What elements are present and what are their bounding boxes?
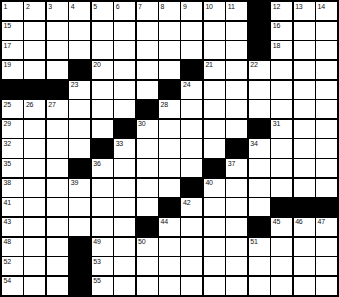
- block-cell-r4c0: [2, 81, 23, 99]
- grid-cell-r14c10[interactable]: [226, 277, 247, 295]
- clue-number: 20: [93, 61, 100, 69]
- clue-number: 55: [93, 277, 100, 285]
- grid-cell-r3c5[interactable]: [114, 61, 135, 79]
- grid-cell-r14c7[interactable]: [159, 277, 180, 295]
- grid-cell-r1c5[interactable]: [114, 22, 135, 40]
- grid-cell-r13c4[interactable]: 53: [92, 257, 113, 275]
- grid-cell-r5c2[interactable]: 27: [47, 100, 68, 118]
- grid-cell-r12c12[interactable]: [271, 238, 292, 256]
- grid-cell-r2c7[interactable]: [159, 41, 180, 59]
- grid-cell-r1c14[interactable]: [316, 22, 337, 40]
- grid-cell-r5c12[interactable]: [271, 100, 292, 118]
- grid-cell-r2c13[interactable]: [294, 41, 315, 59]
- grid-cell-r7c0[interactable]: 32: [2, 139, 23, 157]
- grid-cell-r10c0[interactable]: 41: [2, 198, 23, 216]
- grid-cell-r2c8[interactable]: [181, 41, 202, 59]
- grid-cell-r6c4[interactable]: [92, 120, 113, 138]
- block-cell-r8c3: [69, 159, 90, 177]
- grid-cell-r11c5[interactable]: [114, 218, 135, 236]
- grid-cell-r0c2[interactable]: 3: [47, 2, 68, 20]
- clue-number: 33: [116, 140, 123, 148]
- grid-cell-r11c8[interactable]: [181, 218, 202, 236]
- grid-cell-r6c9[interactable]: [204, 120, 225, 138]
- grid-cell-r4c9[interactable]: [204, 81, 225, 99]
- grid-cell-r1c2[interactable]: [47, 22, 68, 40]
- grid-cell-r10c6[interactable]: [137, 198, 158, 216]
- grid-cell-r12c7[interactable]: [159, 238, 180, 256]
- grid-cell-r3c0[interactable]: 19: [2, 61, 23, 79]
- grid-cell-r1c10[interactable]: [226, 22, 247, 40]
- clue-number: 48: [4, 238, 11, 246]
- grid-cell-r13c0[interactable]: 52: [2, 257, 23, 275]
- block-cell-r4c7: [159, 81, 180, 99]
- grid-cell-r0c6[interactable]: 7: [137, 2, 158, 20]
- block-cell-r13c3: [69, 257, 90, 275]
- block-cell-r10c13: [294, 198, 315, 216]
- grid-cell-r1c3[interactable]: [69, 22, 90, 40]
- grid-cell-r3c9[interactable]: 21: [204, 61, 225, 79]
- grid-cell-r10c4[interactable]: [92, 198, 113, 216]
- grid-cell-r4c5[interactable]: [114, 81, 135, 99]
- block-cell-r12c3: [69, 238, 90, 256]
- clue-number: 54: [4, 277, 11, 285]
- grid-cell-r11c1[interactable]: [24, 218, 45, 236]
- grid-cell-r12c14[interactable]: [316, 238, 337, 256]
- grid-cell-r9c3[interactable]: 39: [69, 179, 90, 197]
- block-cell-r10c7: [159, 198, 180, 216]
- grid-cell-r2c2[interactable]: [47, 41, 68, 59]
- grid-cell-r4c11[interactable]: [249, 81, 270, 99]
- grid-cell-r11c7[interactable]: 44: [159, 218, 180, 236]
- grid-cell-r8c14[interactable]: [316, 159, 337, 177]
- clue-number: 45: [273, 218, 280, 226]
- clue-number: 44: [161, 218, 168, 226]
- grid-cell-r4c3[interactable]: 23: [69, 81, 90, 99]
- grid-cell-r9c14[interactable]: [316, 179, 337, 197]
- grid-cell-r6c3[interactable]: [69, 120, 90, 138]
- grid-cell-r6c14[interactable]: [316, 120, 337, 138]
- grid-cell-r9c2[interactable]: [47, 179, 68, 197]
- grid-cell-r4c12[interactable]: [271, 81, 292, 99]
- grid-cell-r0c0[interactable]: 1: [2, 2, 23, 20]
- grid-cell-r7c12[interactable]: [271, 139, 292, 157]
- grid-cell-r0c5[interactable]: 6: [114, 2, 135, 20]
- clue-number: 14: [318, 3, 325, 11]
- clue-number: 9: [183, 3, 187, 11]
- grid-cell-r9c0[interactable]: 38: [2, 179, 23, 197]
- grid-cell-r10c2[interactable]: [47, 198, 68, 216]
- grid-cell-r3c13[interactable]: [294, 61, 315, 79]
- clue-number: 8: [161, 3, 165, 11]
- block-cell-r9c8: [181, 179, 202, 197]
- grid-cell-r9c5[interactable]: [114, 179, 135, 197]
- grid-cell-r5c9[interactable]: [204, 100, 225, 118]
- grid-cell-r2c6[interactable]: [137, 41, 158, 59]
- clue-number: 15: [4, 22, 11, 30]
- grid-cell-r1c8[interactable]: [181, 22, 202, 40]
- clue-number: 47: [318, 218, 325, 226]
- clue-number: 28: [161, 101, 168, 109]
- grid-cell-r1c9[interactable]: [204, 22, 225, 40]
- grid-cell-r8c12[interactable]: [271, 159, 292, 177]
- grid-cell-r1c7[interactable]: [159, 22, 180, 40]
- block-cell-r8c9: [204, 159, 225, 177]
- grid-cell-r9c9[interactable]: 40: [204, 179, 225, 197]
- grid-cell-r2c12[interactable]: 18: [271, 41, 292, 59]
- grid-cell-r8c8[interactable]: [181, 159, 202, 177]
- clue-number: 32: [4, 140, 11, 148]
- grid-cell-r1c4[interactable]: [92, 22, 113, 40]
- grid-cell-r9c1[interactable]: [24, 179, 45, 197]
- clue-number: 25: [4, 101, 11, 109]
- grid-cell-r4c8[interactable]: 24: [181, 81, 202, 99]
- clue-number: 12: [273, 3, 280, 11]
- grid-cell-r7c14[interactable]: [316, 139, 337, 157]
- clue-number: 2: [26, 3, 30, 11]
- clue-number: 41: [4, 199, 11, 207]
- grid-cell-r3c1[interactable]: [24, 61, 45, 79]
- grid-cell-r12c0[interactable]: 48: [2, 238, 23, 256]
- clue-number: 46: [295, 218, 302, 226]
- grid-cell-r12c8[interactable]: [181, 238, 202, 256]
- block-cell-r3c8: [181, 61, 202, 79]
- grid-cell-r7c11[interactable]: 34: [249, 139, 270, 157]
- clue-number: 13: [295, 3, 302, 11]
- grid-cell-r12c11[interactable]: 51: [249, 238, 270, 256]
- block-cell-r3c3: [69, 61, 90, 79]
- clue-number: 10: [205, 3, 212, 11]
- grid-cell-r10c5[interactable]: [114, 198, 135, 216]
- grid-cell-r13c1[interactable]: [24, 257, 45, 275]
- block-cell-r0c11: [249, 2, 270, 20]
- grid-cell-r13c12[interactable]: [271, 257, 292, 275]
- clue-number: 24: [183, 81, 190, 89]
- grid-cell-r5c5[interactable]: [114, 100, 135, 118]
- grid-cell-r10c1[interactable]: [24, 198, 45, 216]
- grid-cell-r1c0[interactable]: 15: [2, 22, 23, 40]
- grid-cell-r11c9[interactable]: [204, 218, 225, 236]
- grid-cell-r9c6[interactable]: [137, 179, 158, 197]
- grid-cell-r5c11[interactable]: [249, 100, 270, 118]
- grid-cell-r5c14[interactable]: [316, 100, 337, 118]
- grid-cell-r11c0[interactable]: 43: [2, 218, 23, 236]
- grid-cell-r2c5[interactable]: [114, 41, 135, 59]
- clue-number: 6: [116, 3, 120, 11]
- grid-cell-r0c14[interactable]: 14: [316, 2, 337, 20]
- grid-cell-r10c3[interactable]: [69, 198, 90, 216]
- block-cell-r11c6: [137, 218, 158, 236]
- grid-cell-r14c1[interactable]: [24, 277, 45, 295]
- block-cell-r14c3: [69, 277, 90, 295]
- grid-cell-r9c12[interactable]: [271, 179, 292, 197]
- grid-cell-r2c0[interactable]: 17: [2, 41, 23, 59]
- grid-cell-r3c6[interactable]: [137, 61, 158, 79]
- block-cell-r11c11: [249, 218, 270, 236]
- grid-cell-r5c7[interactable]: 28: [159, 100, 180, 118]
- grid-cell-r0c9[interactable]: 10: [204, 2, 225, 20]
- grid-cell-r7c2[interactable]: [47, 139, 68, 157]
- grid-cell-r11c12[interactable]: 45: [271, 218, 292, 236]
- grid-cell-r12c2[interactable]: [47, 238, 68, 256]
- clue-number: 35: [4, 160, 11, 168]
- grid-cell-r11c10[interactable]: [226, 218, 247, 236]
- grid-cell-r9c10[interactable]: [226, 179, 247, 197]
- clue-number: 37: [228, 160, 235, 168]
- clue-number: 21: [205, 61, 212, 69]
- clue-number: 29: [4, 120, 11, 128]
- grid-cell-r6c6[interactable]: 30: [137, 120, 158, 138]
- grid-cell-r11c3[interactable]: [69, 218, 90, 236]
- grid-cell-r3c12[interactable]: [271, 61, 292, 79]
- grid-cell-r2c10[interactable]: [226, 41, 247, 59]
- grid-cell-r0c13[interactable]: 13: [294, 2, 315, 20]
- grid-cell-r3c10[interactable]: [226, 61, 247, 79]
- grid-cell-r13c8[interactable]: [181, 257, 202, 275]
- clue-number: 7: [138, 3, 142, 11]
- block-cell-r2c11: [249, 41, 270, 59]
- grid-cell-r12c5[interactable]: [114, 238, 135, 256]
- grid-cell-r10c10[interactable]: [226, 198, 247, 216]
- clue-number: 53: [93, 258, 100, 266]
- grid-cell-r3c11[interactable]: 22: [249, 61, 270, 79]
- clue-number: 16: [273, 22, 280, 30]
- grid-cell-r4c10[interactable]: [226, 81, 247, 99]
- grid-cell-r14c6[interactable]: [137, 277, 158, 295]
- grid-cell-r12c13[interactable]: [294, 238, 315, 256]
- crossword-board: 1234567891011121314151617181920212223242…: [0, 0, 339, 297]
- grid-cell-r6c2[interactable]: [47, 120, 68, 138]
- clue-number: 11: [228, 3, 235, 11]
- grid-cell-r13c14[interactable]: [316, 257, 337, 275]
- block-cell-r1c11: [249, 22, 270, 40]
- grid-cell-r0c10[interactable]: 11: [226, 2, 247, 20]
- grid-cell-r4c6[interactable]: [137, 81, 158, 99]
- clue-number: 40: [205, 179, 212, 187]
- grid-cell-r1c13[interactable]: [294, 22, 315, 40]
- clue-number: 30: [138, 120, 145, 128]
- clue-number: 42: [183, 199, 190, 207]
- grid-cell-r13c6[interactable]: [137, 257, 158, 275]
- grid-cell-r6c12[interactable]: 31: [271, 120, 292, 138]
- grid-cell-r7c1[interactable]: [24, 139, 45, 157]
- clue-number: 3: [48, 3, 52, 11]
- grid-cell-r14c12[interactable]: [271, 277, 292, 295]
- grid-cell-r4c13[interactable]: [294, 81, 315, 99]
- grid-cell-r7c7[interactable]: [159, 139, 180, 157]
- grid-cell-r13c7[interactable]: [159, 257, 180, 275]
- grid-cell-r0c3[interactable]: 4: [69, 2, 90, 20]
- grid-cell-r5c3[interactable]: [69, 100, 90, 118]
- clue-number: 38: [4, 179, 11, 187]
- grid-cell-r7c3[interactable]: [69, 139, 90, 157]
- grid-cell-r10c8[interactable]: 42: [181, 198, 202, 216]
- grid-cell-r8c4[interactable]: 36: [92, 159, 113, 177]
- grid-cell-r2c1[interactable]: [24, 41, 45, 59]
- grid-cell-r8c11[interactable]: [249, 159, 270, 177]
- grid-cell-r14c4[interactable]: 55: [92, 277, 113, 295]
- grid-cell-r6c1[interactable]: [24, 120, 45, 138]
- clue-number: 50: [138, 238, 145, 246]
- grid-cell-r6c7[interactable]: [159, 120, 180, 138]
- grid-cell-r8c6[interactable]: [137, 159, 158, 177]
- grid-cell-r10c11[interactable]: [249, 198, 270, 216]
- block-cell-r10c12: [271, 198, 292, 216]
- grid-cell-r13c2[interactable]: [47, 257, 68, 275]
- clue-number: 34: [250, 140, 257, 148]
- grid-cell-r12c10[interactable]: [226, 238, 247, 256]
- grid-cell-r8c1[interactable]: [24, 159, 45, 177]
- grid-cell-r5c0[interactable]: 25: [2, 100, 23, 118]
- grid-cell-r5c1[interactable]: 26: [24, 100, 45, 118]
- grid-cell-r11c2[interactable]: [47, 218, 68, 236]
- clue-number: 49: [93, 238, 100, 246]
- grid-cell-r8c7[interactable]: [159, 159, 180, 177]
- grid-cell-r2c4[interactable]: [92, 41, 113, 59]
- grid-cell-r12c6[interactable]: 50: [137, 238, 158, 256]
- grid-cell-r6c0[interactable]: 29: [2, 120, 23, 138]
- block-cell-r10c14: [316, 198, 337, 216]
- grid-cell-r7c6[interactable]: [137, 139, 158, 157]
- grid-cell-r3c7[interactable]: [159, 61, 180, 79]
- grid-cell-r0c7[interactable]: 8: [159, 2, 180, 20]
- block-cell-r5c6: [137, 100, 158, 118]
- clue-number: 39: [71, 179, 78, 187]
- block-cell-r4c1: [24, 81, 45, 99]
- grid-cell-r6c8[interactable]: [181, 120, 202, 138]
- block-cell-r6c5: [114, 120, 135, 138]
- grid-cell-r3c14[interactable]: [316, 61, 337, 79]
- block-cell-r7c10: [226, 139, 247, 157]
- grid-cell-r1c1[interactable]: [24, 22, 45, 40]
- grid-cell-r1c12[interactable]: 16: [271, 22, 292, 40]
- grid-cell-r14c14[interactable]: [316, 277, 337, 295]
- grid-cell-r8c2[interactable]: [47, 159, 68, 177]
- clue-number: 31: [273, 120, 280, 128]
- grid-cell-r11c14[interactable]: 47: [316, 218, 337, 236]
- grid-cell-r14c8[interactable]: [181, 277, 202, 295]
- clue-number: 17: [4, 42, 11, 50]
- grid-cell-r2c9[interactable]: [204, 41, 225, 59]
- grid-cell-r14c13[interactable]: [294, 277, 315, 295]
- block-cell-r7c4: [92, 139, 113, 157]
- clue-number: 19: [4, 61, 11, 69]
- clue-number: 52: [4, 258, 11, 266]
- grid-cell-r11c13[interactable]: 46: [294, 218, 315, 236]
- grid-cell-r9c7[interactable]: [159, 179, 180, 197]
- grid-cell-r2c3[interactable]: [69, 41, 90, 59]
- grid-cell-r8c5[interactable]: [114, 159, 135, 177]
- grid-cell-r7c9[interactable]: [204, 139, 225, 157]
- grid-cell-r6c10[interactable]: [226, 120, 247, 138]
- grid-cell-r9c13[interactable]: [294, 179, 315, 197]
- grid-cell-r13c5[interactable]: [114, 257, 135, 275]
- clue-number: 23: [71, 81, 78, 89]
- clue-number: 5: [93, 3, 97, 11]
- grid-cell-r14c0[interactable]: 54: [2, 277, 23, 295]
- grid-cell-r1c6[interactable]: [137, 22, 158, 40]
- grid-cell-r5c10[interactable]: [226, 100, 247, 118]
- grid-cell-r7c5[interactable]: 33: [114, 139, 135, 157]
- grid-cell-r13c11[interactable]: [249, 257, 270, 275]
- grid-cell-r5c4[interactable]: [92, 100, 113, 118]
- grid-cell-r4c14[interactable]: [316, 81, 337, 99]
- grid-cell-r4c4[interactable]: [92, 81, 113, 99]
- grid-cell-r8c10[interactable]: 37: [226, 159, 247, 177]
- grid-cell-r8c13[interactable]: [294, 159, 315, 177]
- grid-cell-r9c4[interactable]: [92, 179, 113, 197]
- grid-cell-r0c1[interactable]: 2: [24, 2, 45, 20]
- clue-number: 4: [71, 3, 75, 11]
- grid-cell-r0c8[interactable]: 9: [181, 2, 202, 20]
- clue-number: 43: [4, 218, 11, 226]
- grid-cell-r13c9[interactable]: [204, 257, 225, 275]
- grid-cell-r9c11[interactable]: [249, 179, 270, 197]
- grid-cell-r11c4[interactable]: [92, 218, 113, 236]
- clue-number: 36: [93, 160, 100, 168]
- grid-cell-r14c9[interactable]: [204, 277, 225, 295]
- grid-cell-r12c4[interactable]: 49: [92, 238, 113, 256]
- clue-number: 26: [26, 101, 33, 109]
- grid-cell-r12c9[interactable]: [204, 238, 225, 256]
- clue-number: 51: [250, 238, 257, 246]
- grid-cell-r2c14[interactable]: [316, 41, 337, 59]
- grid-cell-r5c13[interactable]: [294, 100, 315, 118]
- grid-cell-r0c4[interactable]: 5: [92, 2, 113, 20]
- block-cell-r6c11: [249, 120, 270, 138]
- grid-cell-r7c8[interactable]: [181, 139, 202, 157]
- grid-cell-r0c12[interactable]: 12: [271, 2, 292, 20]
- grid-cell-r12c1[interactable]: [24, 238, 45, 256]
- block-cell-r4c2: [47, 81, 68, 99]
- grid-cell-r14c2[interactable]: [47, 277, 68, 295]
- grid-cell-r14c5[interactable]: [114, 277, 135, 295]
- grid-cell-r13c13[interactable]: [294, 257, 315, 275]
- grid-cell-r5c8[interactable]: [181, 100, 202, 118]
- grid-cell-r13c10[interactable]: [226, 257, 247, 275]
- clue-number: 27: [48, 101, 55, 109]
- clue-number: 22: [250, 61, 257, 69]
- grid-cell-r10c9[interactable]: [204, 198, 225, 216]
- grid-cell-r8c0[interactable]: 35: [2, 159, 23, 177]
- grid-cell-r14c11[interactable]: [249, 277, 270, 295]
- clue-number: 18: [273, 42, 280, 50]
- grid-cell-r3c2[interactable]: [47, 61, 68, 79]
- clue-number: 1: [4, 3, 8, 11]
- grid-cell-r6c13[interactable]: [294, 120, 315, 138]
- grid-cell-r7c13[interactable]: [294, 139, 315, 157]
- grid-cell-r3c4[interactable]: 20: [92, 61, 113, 79]
